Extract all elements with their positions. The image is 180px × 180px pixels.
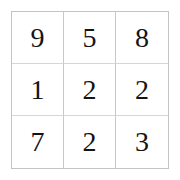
- cell-r1c1[interactable]: 2: [64, 64, 116, 116]
- cell-r1c2[interactable]: 2: [116, 64, 168, 116]
- puzzle-stage: 9 5 8 1 2 2 7 2 3: [0, 0, 180, 180]
- cell-r2c1[interactable]: 2: [64, 116, 116, 168]
- cell-r0c2[interactable]: 8: [116, 12, 168, 64]
- cell-r0c0[interactable]: 9: [12, 12, 64, 64]
- cell-r2c0[interactable]: 7: [12, 116, 64, 168]
- cell-r2c2[interactable]: 3: [116, 116, 168, 168]
- cell-r1c0[interactable]: 1: [12, 64, 64, 116]
- number-grid-board: 9 5 8 1 2 2 7 2 3: [11, 11, 169, 169]
- cell-r0c1[interactable]: 5: [64, 12, 116, 64]
